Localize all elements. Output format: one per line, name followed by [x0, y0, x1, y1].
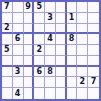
- cell-r2c2[interactable]: [13, 13, 24, 24]
- cell-r3c2[interactable]: [13, 24, 24, 35]
- cell-r3c6[interactable]: [56, 24, 67, 35]
- cell-r7c9[interactable]: [88, 67, 99, 78]
- cell-r7c4: 6: [34, 67, 45, 78]
- cell-r6c3[interactable]: [24, 56, 35, 67]
- cell-r2c9[interactable]: [88, 13, 99, 24]
- cell-r8c1[interactable]: [2, 77, 13, 88]
- cell-r2c7: 1: [67, 13, 78, 24]
- cell-r8c3[interactable]: [24, 77, 35, 88]
- cell-r5c7[interactable]: [67, 45, 78, 56]
- cell-r1c8[interactable]: [77, 2, 88, 13]
- cell-r6c1[interactable]: [2, 56, 13, 67]
- cell-r4c3[interactable]: [24, 34, 35, 45]
- cell-r1c2[interactable]: [13, 2, 24, 13]
- cell-r7c6[interactable]: [56, 67, 67, 78]
- cell-r8c4[interactable]: [34, 77, 45, 88]
- cell-r9c1[interactable]: [2, 88, 13, 99]
- cell-r4c4[interactable]: [34, 34, 45, 45]
- cell-r6c7[interactable]: [67, 56, 78, 67]
- cell-r3c1: 2: [2, 24, 13, 35]
- cell-r4c7: 8: [67, 34, 78, 45]
- cell-r8c6[interactable]: [56, 77, 67, 88]
- cell-r5c5[interactable]: [45, 45, 56, 56]
- cell-r4c9[interactable]: [88, 34, 99, 45]
- cell-r9c7[interactable]: [67, 88, 78, 99]
- cell-r3c8[interactable]: [77, 24, 88, 35]
- cell-r7c1[interactable]: [2, 67, 13, 78]
- cell-r8c2[interactable]: [13, 77, 24, 88]
- cell-r7c5: 8: [45, 67, 56, 78]
- cell-r2c6[interactable]: [56, 13, 67, 24]
- cell-r8c5[interactable]: [45, 77, 56, 88]
- cell-r6c4[interactable]: [34, 56, 45, 67]
- cell-r4c2: 6: [13, 34, 24, 45]
- cell-r3c3[interactable]: [24, 24, 35, 35]
- cell-r4c6[interactable]: [56, 34, 67, 45]
- cell-r8c9: 7: [88, 77, 99, 88]
- cell-r1c1: 7: [2, 2, 13, 13]
- cell-r6c9[interactable]: [88, 56, 99, 67]
- cell-r5c1: 5: [2, 45, 13, 56]
- cell-r2c8[interactable]: [77, 13, 88, 24]
- cell-r3c5[interactable]: [45, 24, 56, 35]
- cell-r2c5: 3: [45, 13, 56, 24]
- cell-r5c2[interactable]: [13, 45, 24, 56]
- cell-r1c6[interactable]: [56, 2, 67, 13]
- cell-r4c1[interactable]: [2, 34, 13, 45]
- cell-r9c3[interactable]: [24, 88, 35, 99]
- cell-r3c9[interactable]: [88, 24, 99, 35]
- cell-r3c7[interactable]: [67, 24, 78, 35]
- cell-r5c9[interactable]: [88, 45, 99, 56]
- cell-r7c7[interactable]: [67, 67, 78, 78]
- cell-r1c9[interactable]: [88, 2, 99, 13]
- cell-r6c8[interactable]: [77, 56, 88, 67]
- cell-r4c8[interactable]: [77, 34, 88, 45]
- cell-r7c3[interactable]: [24, 67, 35, 78]
- cell-r9c9[interactable]: [88, 88, 99, 99]
- sudoku-board: 79531264852368274: [0, 0, 101, 101]
- cell-r5c4: 2: [34, 45, 45, 56]
- cell-r9c8[interactable]: [77, 88, 88, 99]
- cell-r6c6[interactable]: [56, 56, 67, 67]
- cell-r4c5: 4: [45, 34, 56, 45]
- cell-r9c4[interactable]: [34, 88, 45, 99]
- cell-r1c3: 9: [24, 2, 35, 13]
- cell-r6c2[interactable]: [13, 56, 24, 67]
- cell-r1c4: 5: [34, 2, 45, 13]
- cell-r7c2: 3: [13, 67, 24, 78]
- cell-r5c3[interactable]: [24, 45, 35, 56]
- cell-r2c4[interactable]: [34, 13, 45, 24]
- cell-r5c6[interactable]: [56, 45, 67, 56]
- cell-r8c8: 2: [77, 77, 88, 88]
- cell-r9c2: 4: [13, 88, 24, 99]
- cell-r8c7[interactable]: [67, 77, 78, 88]
- cell-r6c5[interactable]: [45, 56, 56, 67]
- cell-r9c6[interactable]: [56, 88, 67, 99]
- cell-r3c4[interactable]: [34, 24, 45, 35]
- cell-r1c5[interactable]: [45, 2, 56, 13]
- cell-r7c8[interactable]: [77, 67, 88, 78]
- cell-r5c8[interactable]: [77, 45, 88, 56]
- cell-r2c1[interactable]: [2, 13, 13, 24]
- cell-r9c5[interactable]: [45, 88, 56, 99]
- cell-r1c7[interactable]: [67, 2, 78, 13]
- cell-r2c3[interactable]: [24, 13, 35, 24]
